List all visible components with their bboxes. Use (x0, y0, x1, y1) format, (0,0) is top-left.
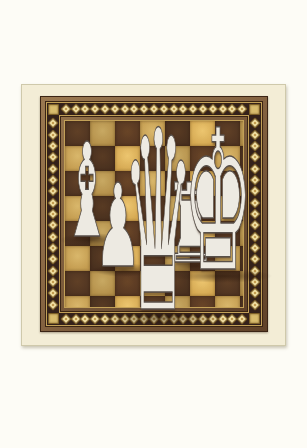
marquetry-diamond (236, 313, 247, 324)
diamond-border-band: ♝♜♟♚♛ (47, 103, 261, 325)
chess-pieces-layer: ♝♜♟♚♛ (65, 121, 243, 307)
chess-piece-queen: ♛ (122, 125, 194, 320)
marquetry-diamond (47, 288, 58, 299)
border-corner-square (48, 313, 59, 324)
marquetry-diamond (47, 254, 58, 265)
marquetry-diamond (47, 231, 58, 242)
marquetry-diamond (47, 140, 58, 151)
marquetry-diamond (47, 129, 58, 140)
inner-dark-line: ♝♜♟♚♛ (60, 116, 248, 312)
inner-gold-edge: ♝♜♟♚♛ (64, 120, 244, 308)
inner-gold-line: ♝♜♟♚♛ (59, 115, 249, 313)
marquetry-diamond (47, 152, 58, 163)
frame-gold-line: ♝♜♟♚♛ (46, 102, 262, 326)
chess-art-print: ♝♜♟♚♛ (21, 84, 286, 346)
artwork-page: { "game": "chess", "artwork": { "kind": … (0, 0, 307, 448)
marquetry-diamond (47, 242, 58, 253)
marquetry-diamond (47, 276, 58, 287)
marquetry-diamond (47, 299, 58, 310)
inner-brown-stripe: ♝♜♟♚♛ (61, 117, 247, 311)
marquetry-diamond (47, 163, 58, 174)
marquetry-diamond (47, 186, 58, 197)
marquetry-diamond (47, 197, 58, 208)
border-corner-square (48, 104, 59, 115)
diamond-strip-left (48, 116, 58, 312)
decorative-frame: ♝♜♟♚♛ (40, 96, 268, 332)
chessboard: ♝♜♟♚♛ (65, 121, 243, 307)
marquetry-diamond (47, 174, 58, 185)
marquetry-diamond (47, 118, 58, 129)
marquetry-diamond (47, 265, 58, 276)
marquetry-diamond (47, 208, 58, 219)
frame-dark-line: ♝♜♟♚♛ (45, 101, 263, 327)
marquetry-diamond (47, 220, 58, 231)
